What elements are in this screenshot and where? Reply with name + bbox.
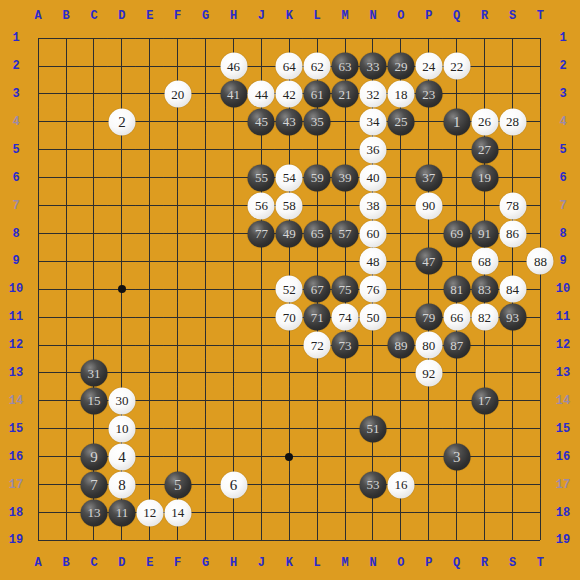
board-intersection[interactable] [359,387,387,415]
board-intersection[interactable] [136,164,164,192]
board-intersection[interactable] [108,247,136,275]
board-intersection[interactable] [526,275,554,303]
board-intersection[interactable] [359,443,387,471]
board-intersection[interactable] [387,387,415,415]
board-intersection[interactable] [499,24,527,52]
board-intersection[interactable] [443,415,471,443]
board-intersection[interactable] [387,24,415,52]
board-intersection[interactable] [331,108,359,136]
board-intersection[interactable] [247,415,275,443]
board-intersection[interactable] [136,303,164,331]
board-intersection[interactable] [526,220,554,248]
board-intersection[interactable] [387,247,415,275]
board-intersection[interactable] [247,526,275,554]
board-intersection[interactable] [108,52,136,80]
board-intersection[interactable] [220,303,248,331]
board-intersection[interactable] [80,220,108,248]
board-intersection[interactable] [136,415,164,443]
board-intersection[interactable] [415,136,443,164]
board-intersection[interactable] [52,387,80,415]
board-intersection[interactable] [80,52,108,80]
board-intersection[interactable] [247,387,275,415]
board-intersection[interactable] [52,415,80,443]
stone-black: 65 [304,220,331,247]
board-intersection[interactable] [80,80,108,108]
board-intersection[interactable] [136,275,164,303]
board-intersection[interactable] [24,471,52,499]
board-intersection[interactable] [471,80,499,108]
coord-label-row-right: 17 [556,479,570,491]
board-intersection[interactable] [24,303,52,331]
board-intersection[interactable] [108,24,136,52]
board-intersection[interactable] [52,80,80,108]
board-intersection[interactable] [359,331,387,359]
stone-white: 48 [360,248,387,275]
board-intersection[interactable] [164,164,192,192]
board-intersection[interactable] [247,303,275,331]
board-intersection[interactable] [192,499,220,527]
board-intersection[interactable] [80,331,108,359]
board-intersection[interactable] [331,443,359,471]
board-intersection[interactable] [471,359,499,387]
board-intersection[interactable] [220,164,248,192]
board-intersection[interactable] [443,387,471,415]
board-intersection[interactable] [24,24,52,52]
board-intersection[interactable] [526,108,554,136]
board-intersection[interactable] [247,331,275,359]
board-intersection[interactable] [24,247,52,275]
board-intersection[interactable] [443,359,471,387]
board-intersection[interactable] [108,80,136,108]
board-intersection[interactable] [108,220,136,248]
board-intersection[interactable] [275,387,303,415]
board-intersection[interactable] [164,192,192,220]
board-intersection[interactable] [303,136,331,164]
coord-label-col-bottom: J [258,557,265,569]
board-intersection[interactable] [303,443,331,471]
board-intersection[interactable] [108,164,136,192]
board-intersection[interactable] [303,499,331,527]
board-intersection[interactable] [331,415,359,443]
board-intersection[interactable] [443,164,471,192]
board-intersection[interactable] [499,387,527,415]
board-intersection[interactable] [331,526,359,554]
board-intersection[interactable] [415,526,443,554]
board-intersection[interactable] [52,471,80,499]
board-intersection[interactable] [275,247,303,275]
board-intersection[interactable] [526,415,554,443]
board-intersection[interactable] [220,387,248,415]
board-intersection[interactable] [443,526,471,554]
board-intersection[interactable] [220,24,248,52]
board-intersection[interactable] [471,24,499,52]
board-intersection[interactable] [52,331,80,359]
board-intersection[interactable] [471,52,499,80]
board-intersection[interactable] [136,387,164,415]
board-intersection[interactable] [80,164,108,192]
stone-white: 16 [387,471,414,498]
board-intersection[interactable] [80,526,108,554]
board-intersection[interactable] [24,80,52,108]
board-intersection[interactable] [24,192,52,220]
board-intersection[interactable] [359,499,387,527]
board-intersection[interactable] [164,275,192,303]
board-intersection[interactable] [108,359,136,387]
board-intersection[interactable] [108,303,136,331]
board-intersection[interactable] [499,526,527,554]
board-intersection[interactable] [359,359,387,387]
board-intersection[interactable] [192,275,220,303]
board-intersection[interactable] [164,303,192,331]
board-intersection[interactable] [192,415,220,443]
board-intersection[interactable] [192,471,220,499]
stone-black: 3 [443,443,470,470]
board-intersection[interactable] [499,164,527,192]
board-intersection[interactable] [526,52,554,80]
board-intersection[interactable] [526,303,554,331]
board-intersection[interactable] [443,24,471,52]
board-intersection[interactable] [220,247,248,275]
board-intersection[interactable] [192,136,220,164]
board-intersection[interactable] [415,443,443,471]
board-intersection[interactable] [471,192,499,220]
board-intersection[interactable] [499,247,527,275]
star-point [285,453,293,461]
board-intersection[interactable] [471,499,499,527]
board-intersection[interactable] [471,331,499,359]
board-intersection[interactable] [275,471,303,499]
board-intersection[interactable] [303,415,331,443]
board-intersection[interactable] [387,136,415,164]
board-intersection[interactable] [192,80,220,108]
board-intersection[interactable] [108,136,136,164]
board-intersection[interactable] [331,192,359,220]
board-intersection[interactable] [136,443,164,471]
board-intersection[interactable] [136,359,164,387]
board-intersection[interactable] [136,80,164,108]
board-intersection[interactable] [52,192,80,220]
board-intersection[interactable] [192,247,220,275]
board-intersection[interactable] [220,220,248,248]
board-intersection[interactable] [164,526,192,554]
stone-black: 1 [443,108,470,135]
board-intersection[interactable] [331,136,359,164]
board-intersection[interactable] [24,359,52,387]
board-intersection[interactable] [526,136,554,164]
board-intersection[interactable] [164,24,192,52]
board-intersection[interactable] [526,164,554,192]
board-intersection[interactable] [80,247,108,275]
board-intersection[interactable] [164,52,192,80]
board-intersection[interactable] [52,275,80,303]
board-intersection[interactable] [415,471,443,499]
board-intersection[interactable] [415,415,443,443]
board-intersection[interactable] [526,387,554,415]
board-intersection[interactable] [192,52,220,80]
board-intersection[interactable] [499,415,527,443]
stone-black: 41 [220,81,247,108]
board-intersection[interactable] [164,220,192,248]
coord-label-row-left: 5 [12,144,19,156]
board-intersection[interactable] [499,471,527,499]
board-intersection[interactable] [443,192,471,220]
board-intersection[interactable] [247,136,275,164]
board-intersection[interactable] [24,415,52,443]
board-intersection[interactable] [499,359,527,387]
board-intersection[interactable] [24,387,52,415]
board-intersection[interactable] [415,220,443,248]
board-intersection[interactable] [108,526,136,554]
board-intersection[interactable] [24,136,52,164]
board-intersection[interactable] [499,80,527,108]
board-intersection[interactable] [220,443,248,471]
board-intersection[interactable] [387,275,415,303]
board-intersection[interactable] [136,24,164,52]
board-intersection[interactable] [52,220,80,248]
board-intersection[interactable] [136,526,164,554]
board-intersection[interactable] [24,526,52,554]
board-intersection[interactable] [526,526,554,554]
coord-label-row-left: 4 [12,116,19,128]
board-intersection[interactable] [108,331,136,359]
board-intersection[interactable] [387,359,415,387]
board-intersection[interactable] [471,415,499,443]
board-intersection[interactable] [136,220,164,248]
board-intersection[interactable] [331,499,359,527]
board-intersection[interactable] [24,331,52,359]
board-intersection[interactable] [136,192,164,220]
board-intersection[interactable] [331,471,359,499]
board-intersection[interactable] [136,52,164,80]
board-intersection[interactable] [24,443,52,471]
board-intersection[interactable] [52,359,80,387]
board-intersection[interactable] [220,192,248,220]
stone-white: 60 [360,220,387,247]
board-intersection[interactable] [415,24,443,52]
board-intersection[interactable] [220,331,248,359]
board-intersection[interactable] [275,24,303,52]
board-intersection[interactable] [415,108,443,136]
board-intersection[interactable] [80,192,108,220]
board-intersection[interactable] [471,443,499,471]
board-intersection[interactable] [303,359,331,387]
board-intersection[interactable] [192,359,220,387]
board-intersection[interactable] [387,526,415,554]
board-intersection[interactable] [275,359,303,387]
board-intersection[interactable] [52,24,80,52]
coord-label-col-bottom: L [314,557,321,569]
board-intersection[interactable] [220,499,248,527]
coord-label-col-top: H [230,10,237,22]
board-intersection[interactable] [247,52,275,80]
board-intersection[interactable] [275,136,303,164]
coord-label-col-bottom: C [90,557,97,569]
board-intersection[interactable] [192,331,220,359]
stone-black: 15 [81,387,108,414]
stone-white: 84 [499,276,526,303]
board-intersection[interactable] [247,443,275,471]
board-intersection[interactable] [108,192,136,220]
board-intersection[interactable] [136,108,164,136]
board-intersection[interactable] [331,359,359,387]
board-intersection[interactable] [415,387,443,415]
board-intersection[interactable] [526,331,554,359]
board-intersection[interactable] [499,443,527,471]
board-intersection[interactable] [247,275,275,303]
board-intersection[interactable] [275,526,303,554]
board-intersection[interactable] [24,164,52,192]
board-intersection[interactable] [387,443,415,471]
board-intersection[interactable] [164,443,192,471]
stone-white: 42 [276,81,303,108]
board-intersection[interactable] [136,136,164,164]
board-intersection[interactable] [443,471,471,499]
board-intersection[interactable] [136,331,164,359]
board-intersection[interactable] [526,192,554,220]
board-intersection[interactable] [52,443,80,471]
board-intersection[interactable] [164,108,192,136]
board-intersection[interactable] [415,499,443,527]
board-intersection[interactable] [192,220,220,248]
board-intersection[interactable] [136,247,164,275]
board-intersection[interactable] [220,526,248,554]
board-intersection[interactable] [192,526,220,554]
board-intersection[interactable] [192,303,220,331]
board-intersection[interactable] [387,220,415,248]
board-intersection[interactable] [80,136,108,164]
board-intersection[interactable] [387,499,415,527]
board-intersection[interactable] [164,387,192,415]
board-intersection[interactable] [471,471,499,499]
board-intersection[interactable] [192,387,220,415]
board-intersection[interactable] [164,247,192,275]
board-intersection[interactable] [415,275,443,303]
board-intersection[interactable] [331,387,359,415]
board-intersection[interactable] [499,52,527,80]
board-intersection[interactable] [303,24,331,52]
board-intersection[interactable] [220,415,248,443]
board-intersection[interactable] [192,24,220,52]
board-intersection[interactable] [526,24,554,52]
stone-black: 39 [332,164,359,191]
board-intersection[interactable] [220,136,248,164]
board-intersection[interactable] [471,526,499,554]
board-intersection[interactable] [387,415,415,443]
board-intersection[interactable] [24,275,52,303]
board-intersection[interactable] [52,108,80,136]
board-intersection[interactable] [499,136,527,164]
board-intersection[interactable] [80,108,108,136]
board-intersection[interactable] [526,80,554,108]
board-intersection[interactable] [220,359,248,387]
board-intersection[interactable] [192,443,220,471]
board-intersection[interactable] [247,24,275,52]
board-intersection[interactable] [136,471,164,499]
board-intersection[interactable] [303,387,331,415]
board-intersection[interactable] [526,359,554,387]
board-intersection[interactable] [499,331,527,359]
board-intersection[interactable] [52,303,80,331]
board-intersection[interactable] [387,303,415,331]
board-intersection[interactable] [275,331,303,359]
board-intersection[interactable] [164,136,192,164]
board-intersection[interactable] [443,136,471,164]
board-intersection[interactable] [220,275,248,303]
coord-label-row-right: 11 [556,311,570,323]
stone-white: 8 [108,471,135,498]
board-intersection[interactable] [80,275,108,303]
board-intersection[interactable] [192,108,220,136]
coord-label-col-top: A [35,10,42,22]
board-intersection[interactable] [164,415,192,443]
board-intersection[interactable] [499,499,527,527]
board-intersection[interactable] [526,499,554,527]
coord-label-row-right: 1 [559,32,566,44]
board-intersection[interactable] [52,499,80,527]
board-intersection[interactable] [443,80,471,108]
board-intersection[interactable] [526,471,554,499]
board-intersection[interactable] [331,247,359,275]
board-intersection[interactable] [387,192,415,220]
board-intersection[interactable] [52,164,80,192]
board-intersection[interactable] [24,108,52,136]
stone-white: 36 [360,136,387,163]
board-intersection[interactable] [275,499,303,527]
board-intersection[interactable] [24,499,52,527]
board-intersection[interactable] [24,52,52,80]
board-intersection[interactable] [443,499,471,527]
board-intersection[interactable] [220,108,248,136]
stone-black: 35 [304,108,331,135]
board-intersection[interactable] [80,24,108,52]
board-intersection[interactable] [303,247,331,275]
board-intersection[interactable] [52,247,80,275]
board-intersection[interactable] [303,192,331,220]
board-intersection[interactable] [52,526,80,554]
board-intersection[interactable] [247,471,275,499]
board-intersection[interactable] [24,220,52,248]
board-intersection[interactable] [359,526,387,554]
board-intersection[interactable] [247,499,275,527]
board-intersection[interactable] [52,136,80,164]
board-intersection[interactable] [526,443,554,471]
stone-white: 68 [471,248,498,275]
board-intersection[interactable] [303,526,331,554]
board-intersection[interactable] [192,164,220,192]
stone-black: 55 [248,164,275,191]
board-intersection[interactable] [52,52,80,80]
board-intersection[interactable] [387,164,415,192]
board-intersection[interactable] [80,303,108,331]
board-intersection[interactable] [359,24,387,52]
board-intersection[interactable] [164,359,192,387]
coord-label-col-bottom: H [230,557,237,569]
board-intersection[interactable] [303,471,331,499]
star-point [118,285,126,293]
coord-label-row-right: 3 [559,88,566,100]
board-intersection[interactable] [80,415,108,443]
board-intersection[interactable] [275,415,303,443]
stone-white: 18 [387,81,414,108]
board-intersection[interactable] [331,24,359,52]
board-intersection[interactable] [247,247,275,275]
board-intersection[interactable] [247,359,275,387]
board-intersection[interactable] [164,331,192,359]
stone-white: 38 [360,192,387,219]
board-intersection[interactable] [443,247,471,275]
coord-label-row-left: 12 [9,339,23,351]
board-intersection[interactable] [192,192,220,220]
